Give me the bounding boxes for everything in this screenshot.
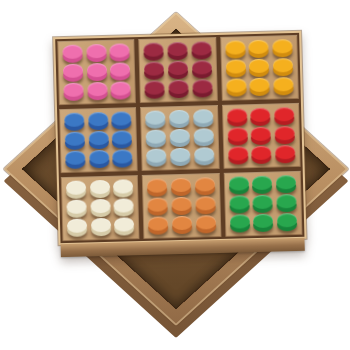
peg-lightblue[interactable] <box>170 148 190 163</box>
block-maroon <box>139 37 218 103</box>
peg-orange[interactable] <box>171 178 191 193</box>
peg-cream[interactable] <box>66 180 86 195</box>
peg-pink[interactable] <box>111 81 131 96</box>
peg-green[interactable] <box>253 195 273 210</box>
peg-red[interactable] <box>251 146 271 161</box>
peg-cream[interactable] <box>113 179 133 194</box>
block-green <box>223 171 302 237</box>
board-grid <box>55 33 304 243</box>
peg-pink[interactable] <box>86 63 106 78</box>
peg-blue[interactable] <box>112 111 132 126</box>
peg-blue[interactable] <box>113 149 133 164</box>
peg-lightblue[interactable] <box>193 109 213 124</box>
peg-maroon[interactable] <box>168 61 188 76</box>
peg-green[interactable] <box>277 213 297 228</box>
block-cream <box>61 175 140 241</box>
block-red <box>222 103 301 169</box>
peg-lightblue[interactable] <box>146 129 166 144</box>
peg-yellow[interactable] <box>225 40 245 55</box>
peg-cream[interactable] <box>90 199 110 214</box>
peg-maroon[interactable] <box>144 61 164 76</box>
peg-green[interactable] <box>229 214 249 229</box>
peg-maroon[interactable] <box>145 80 165 95</box>
peg-yellow[interactable] <box>273 58 293 73</box>
peg-pink[interactable] <box>62 45 82 60</box>
peg-blue[interactable] <box>88 112 108 127</box>
block-orange <box>142 173 221 239</box>
peg-maroon[interactable] <box>192 60 212 75</box>
peg-yellow[interactable] <box>249 40 269 55</box>
peg-green[interactable] <box>276 194 296 209</box>
peg-pink[interactable] <box>86 44 106 59</box>
peg-cream[interactable] <box>66 199 86 214</box>
peg-orange[interactable] <box>171 197 191 212</box>
peg-yellow[interactable] <box>225 59 245 74</box>
peg-maroon[interactable] <box>167 42 187 57</box>
peg-yellow[interactable] <box>249 59 269 74</box>
peg-green[interactable] <box>229 195 249 210</box>
peg-orange[interactable] <box>147 178 167 193</box>
peg-yellow[interactable] <box>226 78 246 93</box>
peg-red[interactable] <box>274 107 294 122</box>
peg-red[interactable] <box>227 127 247 142</box>
peg-blue[interactable] <box>112 130 132 145</box>
peg-orange[interactable] <box>172 216 192 231</box>
peg-orange[interactable] <box>196 215 216 230</box>
peg-pink[interactable] <box>63 64 83 79</box>
peg-green[interactable] <box>228 176 248 191</box>
peg-red[interactable] <box>275 145 295 160</box>
product-photo-scene <box>0 0 350 350</box>
peg-lightblue[interactable] <box>169 110 189 125</box>
peg-cream[interactable] <box>91 218 111 233</box>
block-pink <box>57 39 136 105</box>
peg-lightblue[interactable] <box>145 110 165 125</box>
peg-cream[interactable] <box>114 198 134 213</box>
peg-pink[interactable] <box>87 82 107 97</box>
block-yellow <box>220 35 299 101</box>
block-lightblue <box>140 105 219 171</box>
peg-maroon[interactable] <box>168 80 188 95</box>
peg-lightblue[interactable] <box>194 147 214 162</box>
peg-cream[interactable] <box>114 217 134 232</box>
peg-blue[interactable] <box>65 150 85 165</box>
peg-lightblue[interactable] <box>193 128 213 143</box>
peg-lightblue[interactable] <box>170 129 190 144</box>
sudoku-peg-board <box>55 33 305 257</box>
peg-red[interactable] <box>227 108 247 123</box>
peg-cream[interactable] <box>67 218 87 233</box>
peg-lightblue[interactable] <box>146 148 166 163</box>
peg-orange[interactable] <box>148 197 168 212</box>
peg-maroon[interactable] <box>191 41 211 56</box>
peg-green[interactable] <box>253 214 273 229</box>
peg-pink[interactable] <box>63 83 83 98</box>
peg-blue[interactable] <box>89 150 109 165</box>
block-blue <box>59 107 138 173</box>
peg-blue[interactable] <box>64 131 84 146</box>
peg-blue[interactable] <box>64 113 84 128</box>
peg-green[interactable] <box>276 175 296 190</box>
peg-red[interactable] <box>275 126 295 141</box>
peg-maroon[interactable] <box>192 79 212 94</box>
peg-yellow[interactable] <box>272 39 292 54</box>
peg-red[interactable] <box>228 146 248 161</box>
peg-red[interactable] <box>250 108 270 123</box>
peg-yellow[interactable] <box>250 78 270 93</box>
peg-blue[interactable] <box>88 131 108 146</box>
peg-orange[interactable] <box>195 177 215 192</box>
peg-pink[interactable] <box>110 62 130 77</box>
peg-maroon[interactable] <box>144 42 164 57</box>
peg-pink[interactable] <box>110 43 130 58</box>
peg-cream[interactable] <box>90 180 110 195</box>
peg-yellow[interactable] <box>273 77 293 92</box>
peg-green[interactable] <box>252 176 272 191</box>
peg-orange[interactable] <box>195 196 215 211</box>
peg-red[interactable] <box>251 127 271 142</box>
peg-orange[interactable] <box>148 216 168 231</box>
